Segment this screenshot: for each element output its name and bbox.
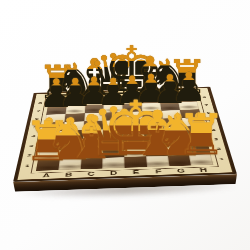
piece-white-rook-h1[interactable]: ♜♜ — [176, 107, 226, 163]
file-label-near-a: A — [35, 172, 58, 178]
file-label-near-c: C — [80, 171, 103, 177]
photo-canvas: ABCDEFGH ABCDEFGH 87654321 87654321 ♜♜♞♞… — [0, 0, 250, 250]
file-label-near-b: B — [57, 172, 80, 178]
